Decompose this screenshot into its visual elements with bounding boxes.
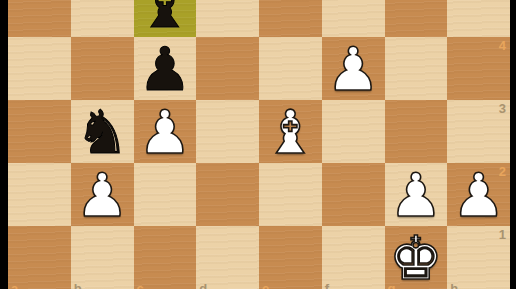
square-d5[interactable] (196, 0, 259, 37)
rank-label-1: 1 (499, 227, 506, 242)
square-g4[interactable] (385, 37, 448, 100)
rank-label-4: 4 (499, 38, 506, 53)
square-d4[interactable] (196, 37, 259, 100)
square-e3[interactable]: ♝ (259, 100, 322, 163)
file-label-b: b (74, 281, 82, 289)
square-b5[interactable] (71, 0, 134, 37)
square-f4[interactable]: ♟ (322, 37, 385, 100)
square-a4[interactable] (8, 37, 71, 100)
white-pawn-f4[interactable]: ♟ (326, 39, 380, 99)
square-e2[interactable] (259, 163, 322, 226)
white-bishop-e3[interactable]: ♝ (263, 102, 317, 162)
black-knight-b3[interactable]: ♞ (75, 102, 129, 162)
file-label-f: f (325, 281, 329, 289)
square-b2[interactable]: ♟ (71, 163, 134, 226)
square-h1[interactable]: 1h (447, 226, 510, 289)
file-label-e: e (262, 281, 269, 289)
square-g5[interactable] (385, 0, 448, 37)
square-f5[interactable] (322, 0, 385, 37)
square-f2[interactable] (322, 163, 385, 226)
rank-label-2: 2 (499, 164, 506, 179)
square-a3[interactable] (8, 100, 71, 163)
square-g2[interactable]: ♟ (385, 163, 448, 226)
square-d1[interactable]: d (196, 226, 259, 289)
square-e4[interactable] (259, 37, 322, 100)
square-b1[interactable]: b (71, 226, 134, 289)
square-f1[interactable]: f (322, 226, 385, 289)
file-label-d: d (199, 281, 207, 289)
letterbox-left-bar (0, 0, 8, 289)
file-label-a: a (11, 281, 18, 289)
square-c1[interactable]: c (134, 226, 197, 289)
white-king-g1[interactable]: ♚ (389, 228, 443, 288)
square-f3[interactable] (322, 100, 385, 163)
square-h2[interactable]: ♟2 (447, 163, 510, 226)
square-a2[interactable] (8, 163, 71, 226)
square-e5[interactable] (259, 0, 322, 37)
black-pawn-c4[interactable]: ♟ (138, 39, 192, 99)
square-a5[interactable] (8, 0, 71, 37)
square-b4[interactable] (71, 37, 134, 100)
square-d2[interactable] (196, 163, 259, 226)
square-e1[interactable]: e (259, 226, 322, 289)
white-pawn-b2[interactable]: ♟ (75, 165, 129, 225)
square-c2[interactable] (134, 163, 197, 226)
file-label-c: c (137, 281, 144, 289)
white-pawn-h2[interactable]: ♟ (452, 165, 506, 225)
square-h3[interactable]: 3 (447, 100, 510, 163)
square-c5[interactable]: ♝ (134, 0, 197, 37)
white-pawn-c3[interactable]: ♟ (138, 102, 192, 162)
square-g3[interactable] (385, 100, 448, 163)
black-bishop-c5[interactable]: ♝ (138, 0, 192, 36)
square-c3[interactable]: ♟ (134, 100, 197, 163)
board-stage: ♝5♟♟4♞♟♝3♟♟♟2abcdef♚g1h (0, 0, 516, 289)
file-label-g: g (388, 281, 396, 289)
square-a1[interactable]: a (8, 226, 71, 289)
chess-board: ♝5♟♟4♞♟♝3♟♟♟2abcdef♚g1h (8, 0, 510, 289)
square-g1[interactable]: ♚g (385, 226, 448, 289)
square-h4[interactable]: 4 (447, 37, 510, 100)
square-h5[interactable]: 5 (447, 0, 510, 37)
square-d3[interactable] (196, 100, 259, 163)
rank-label-3: 3 (499, 101, 506, 116)
file-label-h: h (450, 281, 458, 289)
white-pawn-g2[interactable]: ♟ (389, 165, 443, 225)
square-c4[interactable]: ♟ (134, 37, 197, 100)
letterbox-right-bar (510, 0, 516, 289)
square-b3[interactable]: ♞ (71, 100, 134, 163)
